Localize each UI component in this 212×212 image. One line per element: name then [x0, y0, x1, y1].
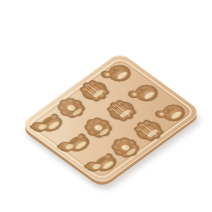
product-photo — [0, 0, 212, 212]
pan-face — [20, 52, 202, 185]
baking-pan-illustration — [0, 0, 212, 212]
